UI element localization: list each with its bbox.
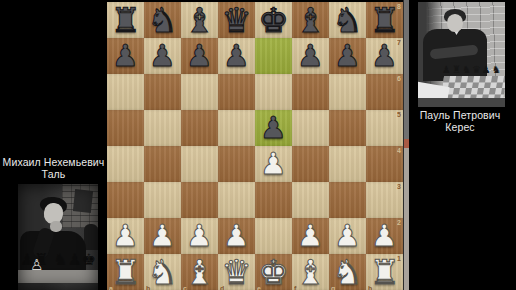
square-d6[interactable] — [218, 74, 255, 110]
square-g7[interactable]: ♟ — [329, 38, 366, 74]
square-b3[interactable] — [144, 182, 181, 218]
square-c6[interactable] — [181, 74, 218, 110]
black-bishop-c8[interactable]: ♝ — [181, 2, 218, 38]
white-rook-a1[interactable]: ♜ — [107, 254, 144, 290]
square-h2[interactable]: 2♟ — [366, 218, 403, 254]
square-e8[interactable]: ♚ — [255, 2, 292, 38]
square-g6[interactable] — [329, 74, 366, 110]
black-pawn-f7[interactable]: ♟ — [292, 38, 329, 74]
player-name-tal-line1: Михаил Нехемьевич — [0, 156, 107, 168]
square-d2[interactable]: ♟ — [218, 218, 255, 254]
black-pawn-h7[interactable]: ♟ — [366, 38, 403, 74]
square-b5[interactable] — [144, 110, 181, 146]
square-e4[interactable]: ♟ — [255, 146, 292, 182]
square-c2[interactable]: ♟ — [181, 218, 218, 254]
square-g2[interactable]: ♟ — [329, 218, 366, 254]
player-name-tal: Михаил Нехемьевич Таль — [0, 156, 107, 180]
black-knight-g8[interactable]: ♞ — [329, 2, 366, 38]
square-b8[interactable]: ♞ — [144, 2, 181, 38]
square-h8[interactable]: 8♜ — [366, 2, 403, 38]
white-pawn-a2[interactable]: ♟ — [107, 218, 144, 254]
square-g3[interactable] — [329, 182, 366, 218]
white-pawn-g2[interactable]: ♟ — [329, 218, 366, 254]
white-pawn-c2[interactable]: ♟ — [181, 218, 218, 254]
white-bishop-c1[interactable]: ♝ — [181, 254, 218, 290]
photo-vignette — [18, 184, 98, 290]
square-e5[interactable]: ♟ — [255, 110, 292, 146]
square-f4[interactable] — [292, 146, 329, 182]
video-frame: ♜♞♝♛♚♝♞8♜♟♟♟♟♟♟7♟6♟5♟43♟♟♟♟♟♟2♟a♜b♞c♝d♛e… — [0, 0, 516, 290]
rank-label-6: 6 — [397, 75, 401, 82]
player-name-keres-line2: Керес — [408, 121, 512, 133]
square-h4[interactable]: 4 — [366, 146, 403, 182]
square-d8[interactable]: ♛ — [218, 2, 255, 38]
square-a3[interactable] — [107, 182, 144, 218]
white-knight-b1[interactable]: ♞ — [144, 254, 181, 290]
black-rook-h8[interactable]: ♜ — [366, 2, 403, 38]
keres-photo: ♟♜♞♛♟♞ — [418, 2, 505, 107]
square-a8[interactable]: ♜ — [107, 2, 144, 38]
square-b7[interactable]: ♟ — [144, 38, 181, 74]
square-a6[interactable] — [107, 74, 144, 110]
square-c8[interactable]: ♝ — [181, 2, 218, 38]
square-h7[interactable]: 7♟ — [366, 38, 403, 74]
black-pawn-c7[interactable]: ♟ — [181, 38, 218, 74]
white-bishop-f1[interactable]: ♝ — [292, 254, 329, 290]
square-e7[interactable] — [255, 38, 292, 74]
square-a5[interactable] — [107, 110, 144, 146]
square-f6[interactable] — [292, 74, 329, 110]
black-bishop-f8[interactable]: ♝ — [292, 2, 329, 38]
black-rook-a8[interactable]: ♜ — [107, 2, 144, 38]
black-pawn-g7[interactable]: ♟ — [329, 38, 366, 74]
keres-face — [447, 14, 463, 32]
rank-label-5: 5 — [397, 111, 401, 118]
square-e3[interactable] — [255, 182, 292, 218]
square-e2[interactable] — [255, 218, 292, 254]
square-d5[interactable] — [218, 110, 255, 146]
square-f5[interactable] — [292, 110, 329, 146]
table-edge — [418, 98, 505, 107]
square-a4[interactable] — [107, 146, 144, 182]
square-d1[interactable]: d♛ — [218, 254, 255, 290]
square-c5[interactable] — [181, 110, 218, 146]
square-e1[interactable]: e♚ — [255, 254, 292, 290]
white-pawn-b2[interactable]: ♟ — [144, 218, 181, 254]
tal-photo: ♟♜ ♞♟♚ ♙ — [18, 184, 98, 290]
square-c3[interactable] — [181, 182, 218, 218]
square-g4[interactable] — [329, 146, 366, 182]
scrollbar[interactable] — [403, 0, 409, 290]
white-knight-g1[interactable]: ♞ — [329, 254, 366, 290]
square-d4[interactable] — [218, 146, 255, 182]
player-name-keres-line1: Пауль Петрович — [408, 109, 512, 121]
white-rook-h1[interactable]: ♜ — [366, 254, 403, 290]
square-b6[interactable] — [144, 74, 181, 110]
square-c1[interactable]: c♝ — [181, 254, 218, 290]
black-pawn-a7[interactable]: ♟ — [107, 38, 144, 74]
square-g8[interactable]: ♞ — [329, 2, 366, 38]
square-h6[interactable]: 6 — [366, 74, 403, 110]
black-pawn-e5[interactable]: ♟ — [255, 110, 292, 146]
square-e6[interactable] — [255, 74, 292, 110]
white-pawn-d2[interactable]: ♟ — [218, 218, 255, 254]
square-f1[interactable]: f♝ — [292, 254, 329, 290]
black-king-e8[interactable]: ♚ — [255, 2, 292, 38]
black-queen-d8[interactable]: ♛ — [218, 2, 255, 38]
square-f3[interactable] — [292, 182, 329, 218]
square-b2[interactable]: ♟ — [144, 218, 181, 254]
rank-label-3: 3 — [397, 183, 401, 190]
square-a1[interactable]: a♜ — [107, 254, 144, 290]
square-c4[interactable] — [181, 146, 218, 182]
square-a2[interactable]: ♟ — [107, 218, 144, 254]
chess-board: ♜♞♝♛♚♝♞8♜♟♟♟♟♟♟7♟6♟5♟43♟♟♟♟♟♟2♟a♜b♞c♝d♛e… — [107, 2, 403, 290]
square-h5[interactable]: 5 — [366, 110, 403, 146]
square-d3[interactable] — [218, 182, 255, 218]
photo-chessboard — [440, 76, 505, 100]
square-a7[interactable]: ♟ — [107, 38, 144, 74]
black-knight-b8[interactable]: ♞ — [144, 2, 181, 38]
square-b4[interactable] — [144, 146, 181, 182]
photo-chess-pieces-icon: ♟♜♞♛♟♞ — [442, 64, 502, 76]
square-h1[interactable]: 1h♜ — [366, 254, 403, 290]
black-pawn-d7[interactable]: ♟ — [218, 38, 255, 74]
square-f7[interactable]: ♟ — [292, 38, 329, 74]
player-name-keres: Пауль Петрович Керес — [408, 109, 512, 133]
square-d7[interactable]: ♟ — [218, 38, 255, 74]
white-pawn-h2[interactable]: ♟ — [366, 218, 403, 254]
square-f2[interactable]: ♟ — [292, 218, 329, 254]
square-g1[interactable]: g♞ — [329, 254, 366, 290]
square-g5[interactable] — [329, 110, 366, 146]
rank-label-4: 4 — [397, 147, 401, 154]
player-name-tal-line2: Таль — [0, 168, 107, 180]
white-queen-d1[interactable]: ♛ — [218, 254, 255, 290]
white-king-e1[interactable]: ♚ — [255, 254, 292, 290]
white-pawn-f2[interactable]: ♟ — [292, 218, 329, 254]
square-b1[interactable]: b♞ — [144, 254, 181, 290]
square-f8[interactable]: ♝ — [292, 2, 329, 38]
black-pawn-b7[interactable]: ♟ — [144, 38, 181, 74]
square-h3[interactable]: 3 — [366, 182, 403, 218]
square-c7[interactable]: ♟ — [181, 38, 218, 74]
white-pawn-e4[interactable]: ♟ — [255, 146, 292, 182]
